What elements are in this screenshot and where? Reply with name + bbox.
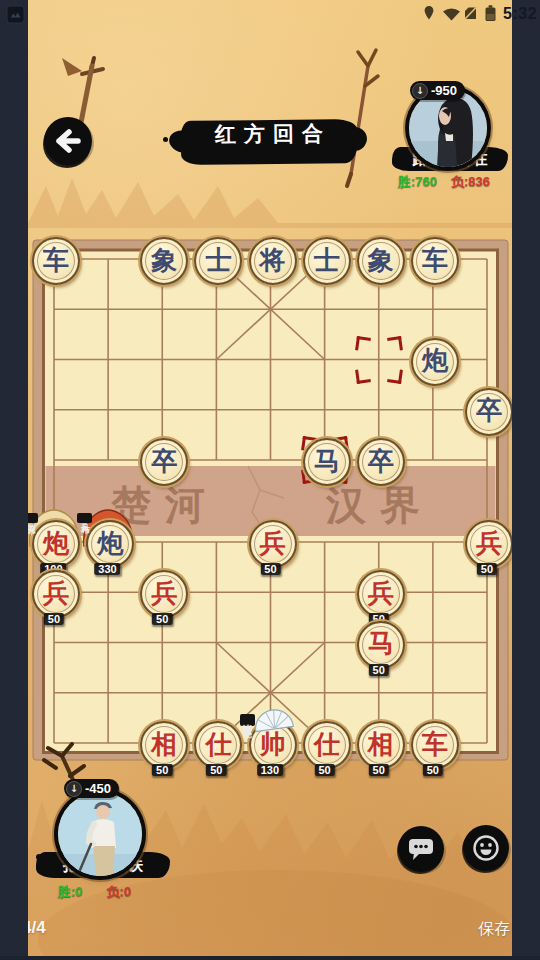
piece-black-车[interactable]: 车: [32, 237, 80, 285]
piece-glyph: 兵: [368, 576, 394, 611]
piece-glyph: 卒: [151, 444, 177, 479]
piece-glyph: 马: [368, 626, 394, 661]
top-player-wins: 胜:760: [398, 173, 437, 191]
piece-glyph: 象: [368, 243, 394, 278]
piece-glyph: 卒: [368, 444, 394, 479]
piece-black-卒[interactable]: 卒: [140, 438, 188, 486]
piece-red-马[interactable]: 马50: [357, 621, 405, 669]
piece-black-士[interactable]: 士: [303, 237, 351, 285]
piece-glyph: 马: [314, 444, 340, 479]
piece-red-仕[interactable]: 仕50: [303, 721, 351, 769]
piece-glyph: 士: [205, 243, 231, 278]
piece-hp: 50: [314, 764, 334, 776]
piece-glyph: 车: [422, 727, 448, 762]
emote-button[interactable]: [463, 825, 509, 871]
smiley-icon: [472, 834, 500, 862]
piece-glyph: 相: [368, 727, 394, 762]
arrow-left-icon: [44, 117, 92, 165]
screen-bottom-edge: [0, 956, 540, 960]
piece-hp: 50: [152, 613, 172, 625]
piece-hp: 50: [423, 764, 443, 776]
piece-glyph: 卒: [476, 393, 502, 428]
piece-red-相[interactable]: 相50: [140, 721, 188, 769]
piece-glyph: 象: [151, 243, 177, 278]
piece-black-马[interactable]: 马: [303, 438, 351, 486]
bottom-player-stats: 胜:0 负:0: [58, 883, 131, 901]
piece-black-象[interactable]: 象: [140, 237, 188, 285]
bottom-player-wins: 胜:0: [58, 883, 83, 901]
piece-glyph: 炮: [422, 343, 448, 378]
piece-black-将[interactable]: 将: [249, 237, 297, 285]
chat-bubble-icon: [407, 836, 435, 862]
piece-hp: 50: [477, 563, 497, 575]
piece-black-炮[interactable]: 炮: [411, 338, 459, 386]
piece-red-相[interactable]: 相50: [357, 721, 405, 769]
photo-notification-icon: [6, 5, 26, 25]
piece-hp: 50: [369, 664, 389, 676]
woman-portrait: [409, 89, 487, 167]
status-icons: [420, 3, 506, 25]
top-player-losses: 负:836: [451, 173, 490, 191]
sim-off-icon: [464, 7, 477, 21]
rank-down-icon: ↓: [412, 83, 428, 99]
piece-glyph: 兵: [151, 576, 177, 611]
piece-hp: 50: [369, 764, 389, 776]
farmer-portrait: [58, 792, 142, 876]
wifi-icon: [443, 9, 460, 21]
chat-button[interactable]: [398, 826, 444, 872]
ink-dot: [163, 137, 168, 142]
piece-red-炮[interactable]: 炮关羽100: [32, 520, 80, 568]
piece-glyph: 仕: [314, 727, 340, 762]
turn-banner: 红方回合: [181, 119, 357, 165]
top-player-score: -950: [431, 83, 457, 98]
piece-glyph: 将: [260, 243, 286, 278]
bottom-player-score: -450: [85, 781, 111, 796]
piece-glyph: 炮: [97, 526, 123, 561]
location-icon: [425, 6, 434, 19]
hero-name-tag: 诸葛亮: [240, 714, 255, 726]
top-player-stats: 胜:760 负:836: [398, 173, 490, 191]
piece-black-车[interactable]: 车: [411, 237, 459, 285]
piece-glyph: 兵: [43, 576, 69, 611]
piece-red-兵[interactable]: 兵50: [357, 570, 405, 618]
piece-black-炮[interactable]: 炮吕布330: [86, 520, 134, 568]
piece-black-象[interactable]: 象: [357, 237, 405, 285]
river-label-right: 汉界: [310, 478, 450, 533]
piece-glyph: 兵: [476, 526, 502, 561]
hero-name-tag: 吕布: [77, 513, 92, 523]
piece-hp: 130: [257, 764, 283, 776]
piece-black-卒[interactable]: 卒: [357, 438, 405, 486]
bottom-player-avatar[interactable]: [58, 792, 142, 876]
top-player-avatar[interactable]: [409, 89, 487, 167]
piece-red-兵[interactable]: 兵50: [465, 520, 513, 568]
piece-hp: 50: [260, 563, 280, 575]
bottom-player-losses: 负:0: [107, 883, 132, 901]
piece-hp: 50: [44, 613, 64, 625]
bottom-player-score-badge: ↓ -450: [64, 779, 119, 798]
piece-glyph: 兵: [260, 526, 286, 561]
letterbox-left: [0, 0, 28, 960]
piece-glyph: 相: [151, 727, 177, 762]
piece-red-帅[interactable]: 帅诸葛亮130: [249, 721, 297, 769]
battery-icon: [486, 5, 496, 21]
save-button[interactable]: 保存: [478, 919, 510, 940]
piece-red-兵[interactable]: 兵50: [249, 520, 297, 568]
piece-red-兵[interactable]: 兵50: [32, 570, 80, 618]
piece-glyph: 车: [422, 243, 448, 278]
rank-down-icon: ↓: [66, 781, 82, 797]
piece-glyph: 炮: [43, 526, 69, 561]
piece-glyph: 仕: [205, 727, 231, 762]
piece-glyph: 士: [314, 243, 340, 278]
status-time: 5:32: [503, 5, 537, 23]
piece-red-车[interactable]: 车50: [411, 721, 459, 769]
back-button[interactable]: [44, 117, 92, 165]
piece-hp: 50: [206, 764, 226, 776]
piece-hp: 330: [94, 563, 120, 575]
piece-black-卒[interactable]: 卒: [465, 388, 513, 436]
letterbox-right: [512, 0, 540, 960]
piece-hp: 50: [152, 764, 172, 776]
top-player-score-badge: ↓ -950: [410, 81, 465, 100]
piece-glyph: 车: [43, 243, 69, 278]
